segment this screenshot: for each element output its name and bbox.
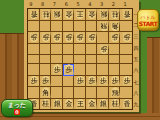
shogi-piece-gote[interactable]: 飛 — [99, 21, 109, 32]
shogi-piece-sente[interactable]: 香 — [122, 99, 132, 110]
shogi-piece-gote[interactable]: 桂 — [110, 9, 120, 20]
board-square[interactable]: 金 — [63, 99, 75, 110]
shogi-piece-gote[interactable]: 金 — [64, 9, 74, 20]
board-square[interactable] — [74, 21, 86, 33]
board-square[interactable] — [28, 87, 40, 99]
board-square[interactable] — [86, 64, 98, 76]
shogi-piece-gote[interactable]: 香 — [122, 9, 132, 20]
shogi-piece-sente[interactable]: 金 — [87, 99, 97, 110]
rank-label: 七 — [133, 76, 139, 87]
board-square[interactable] — [120, 21, 132, 33]
selected-square-cursor[interactable]: 歩 — [63, 64, 75, 76]
shogi-piece-gote[interactable]: 銀 — [52, 9, 62, 20]
board-square[interactable]: 香 — [28, 9, 40, 21]
shogi-board: 987654321 一二三四五六七八九 香桂銀金王金銀桂香飛角歩歩歩歩歩歩歩歩歩… — [24, 0, 139, 112]
board-square[interactable] — [120, 44, 132, 56]
board-square[interactable] — [63, 55, 75, 64]
board-square[interactable]: 歩 — [86, 32, 98, 44]
shogi-piece-gote[interactable]: 歩 — [87, 32, 97, 43]
shogi-piece-sente[interactable]: 歩 — [41, 76, 51, 87]
board-square[interactable] — [97, 87, 109, 99]
board-square[interactable]: 歩 — [97, 76, 109, 88]
board-square[interactable]: 歩 — [63, 32, 75, 44]
board-square[interactable] — [40, 55, 52, 64]
board-square[interactable] — [28, 64, 40, 76]
board-square[interactable]: 歩 — [40, 32, 52, 44]
board-square[interactable]: 歩 — [109, 32, 121, 44]
board-square[interactable]: 歩 — [109, 76, 121, 88]
shogi-piece-sente[interactable]: 歩 — [52, 64, 62, 75]
board-square[interactable]: 桂 — [40, 99, 52, 110]
board-square[interactable]: 桂 — [109, 9, 121, 21]
board-square[interactable] — [97, 64, 109, 76]
board-square[interactable] — [97, 55, 109, 64]
file-label: 1 — [119, 0, 131, 8]
board-square[interactable] — [86, 21, 98, 33]
board-square[interactable] — [109, 64, 121, 76]
wood-table-right — [147, 37, 160, 120]
rank-label: 九 — [133, 99, 139, 110]
file-label: 3 — [96, 0, 108, 8]
board-square[interactable]: 銀 — [51, 99, 63, 110]
rank-label: 四 — [133, 42, 139, 53]
file-label: 7 — [49, 0, 61, 8]
board-square[interactable]: 歩 — [97, 44, 109, 56]
board-square[interactable] — [120, 87, 132, 99]
rank-label: 六 — [133, 65, 139, 76]
shogi-piece-sente[interactable]: 歩 — [75, 76, 85, 87]
shogi-piece-gote[interactable]: 王 — [75, 9, 85, 20]
board-square[interactable] — [86, 44, 98, 56]
shogi-piece-sente[interactable]: 歩 — [110, 76, 120, 87]
shogi-piece-sente[interactable]: 銀 — [52, 99, 62, 110]
file-label: 6 — [60, 0, 72, 8]
shogi-piece-sente[interactable]: 王 — [75, 99, 85, 110]
board-square[interactable] — [97, 32, 109, 44]
board-square[interactable]: 金 — [86, 9, 98, 21]
board-square[interactable]: 金 — [86, 99, 98, 110]
rank-label: 八 — [133, 87, 139, 98]
shogi-piece-gote[interactable]: 銀 — [99, 9, 109, 20]
board-square[interactable]: 歩 — [120, 76, 132, 88]
board-square[interactable]: 歩 — [74, 32, 86, 44]
rank-label: 五 — [133, 53, 139, 64]
file-label: 5 — [72, 0, 84, 8]
board-square[interactable] — [28, 44, 40, 56]
board-square[interactable] — [109, 44, 121, 56]
shogi-piece-gote[interactable]: 歩 — [29, 32, 39, 43]
board-square[interactable]: 香 — [120, 9, 132, 21]
board-square[interactable] — [51, 87, 63, 99]
board-square[interactable]: 銀 — [51, 9, 63, 21]
file-label: 2 — [107, 0, 119, 8]
board-square[interactable] — [40, 44, 52, 56]
board-square[interactable]: 銀 — [97, 9, 109, 21]
matta-count-badge: 0 — [14, 109, 20, 115]
shogi-piece-sente[interactable]: 歩 — [87, 76, 97, 87]
shogi-game-screen: 987654321 一二三四五六七八九 香桂銀金王金銀桂香飛角歩歩歩歩歩歩歩歩歩… — [0, 0, 160, 120]
board-square[interactable] — [28, 55, 40, 64]
shogi-piece-gote[interactable]: 桂 — [41, 9, 51, 20]
board-square[interactable]: 飛 — [109, 87, 121, 99]
board-square[interactable] — [40, 21, 52, 33]
board-square[interactable]: 歩 — [74, 76, 86, 88]
battle-start-button[interactable]: バトル START — [137, 9, 159, 31]
board-square[interactable]: 歩 — [51, 64, 63, 76]
board-square[interactable]: 歩 — [51, 32, 63, 44]
shogi-piece-gote[interactable]: 歩 — [110, 32, 120, 43]
board-square[interactable] — [120, 64, 132, 76]
board-square[interactable] — [74, 87, 86, 99]
board-square[interactable]: 歩 — [28, 32, 40, 44]
board-square[interactable]: 角 — [109, 21, 121, 33]
shogi-piece-sente[interactable]: 桂 — [41, 99, 51, 110]
file-label: 4 — [84, 0, 96, 8]
board-square[interactable]: 歩 — [86, 76, 98, 88]
board-square[interactable] — [51, 21, 63, 33]
shogi-piece-gote[interactable]: 歩 — [75, 32, 85, 43]
board-square[interactable] — [51, 76, 63, 88]
shogi-piece-gote[interactable]: 歩 — [41, 32, 51, 43]
shogi-piece-sente[interactable]: 歩 — [122, 76, 132, 87]
shogi-piece-sente[interactable]: 銀 — [99, 99, 109, 110]
board-square[interactable] — [120, 55, 132, 64]
board-square[interactable] — [40, 64, 52, 76]
board-square[interactable]: 王 — [74, 99, 86, 110]
board-square[interactable] — [51, 44, 63, 56]
board-square[interactable]: 桂 — [40, 9, 52, 21]
board-square[interactable]: 歩 — [120, 32, 132, 44]
shogi-piece-gote[interactable]: 歩 — [52, 32, 62, 43]
shogi-piece-gote[interactable]: 歩 — [64, 32, 74, 43]
shogi-piece-gote[interactable]: 歩 — [99, 44, 109, 55]
board-square[interactable]: 飛 — [97, 21, 109, 33]
shogi-piece-sente[interactable]: 飛 — [110, 87, 120, 98]
board-square[interactable]: 歩 — [28, 76, 40, 88]
shogi-piece-gote[interactable]: 歩 — [122, 32, 132, 43]
matta-button-label: まった — [8, 101, 26, 108]
board-square[interactable]: 歩 — [40, 76, 52, 88]
board-square[interactable] — [86, 55, 98, 64]
board-square[interactable] — [86, 87, 98, 99]
shogi-piece-sente[interactable]: 金 — [64, 99, 74, 110]
board-square[interactable]: 王 — [74, 9, 86, 21]
rank-label: 三 — [133, 31, 139, 42]
start-button-label: START — [139, 20, 158, 27]
board-square[interactable]: 香 — [120, 99, 132, 110]
file-label: 9 — [25, 0, 37, 8]
board-square[interactable] — [63, 44, 75, 56]
board-square[interactable] — [74, 64, 86, 76]
shogi-piece-sente[interactable]: 角 — [41, 87, 51, 98]
board-square[interactable]: 金 — [63, 9, 75, 21]
board-square[interactable]: 銀 — [97, 99, 109, 110]
board-square[interactable] — [63, 76, 75, 88]
shogi-piece-gote[interactable]: 香 — [29, 9, 39, 20]
shogi-piece-sente[interactable]: 歩 — [29, 76, 39, 87]
board-square[interactable]: 角 — [40, 87, 52, 99]
shogi-piece-sente[interactable]: 桂 — [110, 99, 120, 110]
shogi-piece-gote[interactable]: 角 — [110, 21, 120, 32]
shogi-piece-sente[interactable]: 歩 — [99, 76, 109, 87]
board-square[interactable] — [51, 55, 63, 64]
file-label: 8 — [37, 0, 49, 8]
shogi-piece-gote[interactable]: 金 — [87, 9, 97, 20]
board-grid: 香桂銀金王金銀桂香飛角歩歩歩歩歩歩歩歩歩歩歩歩歩歩歩歩歩歩角飛香桂銀金王金銀桂香 — [27, 8, 133, 110]
file-coordinates: 987654321 — [25, 0, 131, 8]
matta-takeback-button[interactable]: まった 0 — [1, 99, 33, 117]
board-square[interactable] — [63, 21, 75, 33]
board-square[interactable] — [74, 55, 86, 64]
shogi-piece-sente[interactable]: 歩 — [64, 64, 74, 75]
board-square[interactable] — [28, 21, 40, 33]
board-square[interactable] — [109, 55, 121, 64]
board-square[interactable] — [63, 87, 75, 99]
board-square[interactable] — [74, 44, 86, 56]
board-square[interactable]: 桂 — [109, 99, 121, 110]
